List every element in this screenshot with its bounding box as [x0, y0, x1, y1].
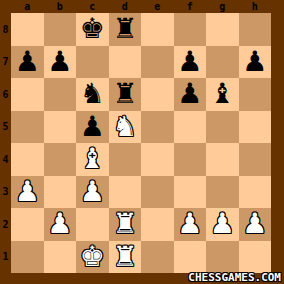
square-f1 — [174, 241, 207, 274]
square-h6 — [239, 78, 272, 111]
square-d8: ♜ — [109, 13, 142, 46]
black-pawn-icon: ♟ — [47, 46, 72, 78]
white-rook-icon: ♜ — [112, 241, 137, 273]
square-g6: ♝ — [206, 78, 239, 111]
square-h8 — [239, 13, 272, 46]
white-bishop-icon: ♝ — [80, 143, 105, 175]
square-h3 — [239, 176, 272, 209]
rank-label-7: 7 — [0, 46, 11, 79]
rank-label-2: 2 — [0, 208, 11, 241]
square-a8 — [11, 13, 44, 46]
rank-label-5: 5 — [0, 111, 11, 144]
file-labels: abcdefgh — [11, 0, 271, 13]
black-pawn-icon: ♟ — [177, 78, 202, 110]
file-label-c: c — [76, 0, 109, 13]
square-a4 — [11, 143, 44, 176]
square-b3 — [44, 176, 77, 209]
square-b2: ♟ — [44, 208, 77, 241]
square-d2: ♜ — [109, 208, 142, 241]
white-knight-icon: ♞ — [112, 111, 137, 143]
square-e7 — [141, 46, 174, 79]
file-label-f: f — [174, 0, 207, 13]
chess-board-frame: abcdefgh 87654321 ♚♜♟♟♟♟♞♜♟♝♟♞♝♟♟♟♜♟♟♟♚♜… — [0, 0, 284, 284]
square-f3 — [174, 176, 207, 209]
black-pawn-icon: ♟ — [15, 46, 40, 78]
square-h1 — [239, 241, 272, 274]
white-pawn-icon: ♟ — [210, 208, 235, 240]
square-a7: ♟ — [11, 46, 44, 79]
rank-label-6: 6 — [0, 78, 11, 111]
square-b1 — [44, 241, 77, 274]
black-rook-icon: ♜ — [112, 78, 137, 110]
black-king-icon: ♚ — [80, 13, 105, 45]
square-c1: ♚ — [76, 241, 109, 274]
square-b8 — [44, 13, 77, 46]
black-pawn-icon: ♟ — [80, 111, 105, 143]
square-c7 — [76, 46, 109, 79]
square-c3: ♟ — [76, 176, 109, 209]
square-f4 — [174, 143, 207, 176]
square-g8 — [206, 13, 239, 46]
square-e5 — [141, 111, 174, 144]
square-d7 — [109, 46, 142, 79]
rank-label-1: 1 — [0, 241, 11, 274]
square-b5 — [44, 111, 77, 144]
square-b7: ♟ — [44, 46, 77, 79]
rank-label-4: 4 — [0, 143, 11, 176]
square-c8: ♚ — [76, 13, 109, 46]
square-b4 — [44, 143, 77, 176]
chess-board: ♚♜♟♟♟♟♞♜♟♝♟♞♝♟♟♟♜♟♟♟♚♜ — [11, 13, 271, 273]
square-a1 — [11, 241, 44, 274]
black-pawn-icon: ♟ — [177, 46, 202, 78]
square-g5 — [206, 111, 239, 144]
square-g7 — [206, 46, 239, 79]
file-label-g: g — [206, 0, 239, 13]
square-c2 — [76, 208, 109, 241]
black-knight-icon: ♞ — [80, 78, 105, 110]
square-h7: ♟ — [239, 46, 272, 79]
square-f8 — [174, 13, 207, 46]
square-c4: ♝ — [76, 143, 109, 176]
square-f2: ♟ — [174, 208, 207, 241]
square-g1 — [206, 241, 239, 274]
square-h2: ♟ — [239, 208, 272, 241]
file-label-b: b — [44, 0, 77, 13]
white-pawn-icon: ♟ — [47, 208, 72, 240]
square-g4 — [206, 143, 239, 176]
square-d3 — [109, 176, 142, 209]
square-f6: ♟ — [174, 78, 207, 111]
square-e3 — [141, 176, 174, 209]
black-pawn-icon: ♟ — [242, 46, 267, 78]
square-h4 — [239, 143, 272, 176]
square-e6 — [141, 78, 174, 111]
square-e4 — [141, 143, 174, 176]
square-c6: ♞ — [76, 78, 109, 111]
file-label-d: d — [109, 0, 142, 13]
square-a5 — [11, 111, 44, 144]
square-c5: ♟ — [76, 111, 109, 144]
square-a3: ♟ — [11, 176, 44, 209]
square-d5: ♞ — [109, 111, 142, 144]
file-label-a: a — [11, 0, 44, 13]
white-pawn-icon: ♟ — [15, 176, 40, 208]
rank-label-8: 8 — [0, 13, 11, 46]
square-e1 — [141, 241, 174, 274]
white-pawn-icon: ♟ — [177, 208, 202, 240]
white-pawn-icon: ♟ — [242, 208, 267, 240]
square-e2 — [141, 208, 174, 241]
chessgames-logo: CHESSGAMES.COM — [188, 271, 281, 284]
black-bishop-icon: ♝ — [210, 78, 235, 110]
square-h5 — [239, 111, 272, 144]
black-rook-icon: ♜ — [112, 13, 137, 45]
square-g3 — [206, 176, 239, 209]
white-king-icon: ♚ — [80, 241, 105, 273]
square-d4 — [109, 143, 142, 176]
square-e8 — [141, 13, 174, 46]
square-f7: ♟ — [174, 46, 207, 79]
square-b6 — [44, 78, 77, 111]
rank-label-3: 3 — [0, 176, 11, 209]
file-label-e: e — [141, 0, 174, 13]
white-pawn-icon: ♟ — [80, 176, 105, 208]
white-rook-icon: ♜ — [112, 208, 137, 240]
square-a2 — [11, 208, 44, 241]
square-d6: ♜ — [109, 78, 142, 111]
square-f5 — [174, 111, 207, 144]
rank-labels: 87654321 — [0, 13, 11, 273]
square-d1: ♜ — [109, 241, 142, 274]
square-a6 — [11, 78, 44, 111]
file-label-h: h — [239, 0, 272, 13]
square-g2: ♟ — [206, 208, 239, 241]
